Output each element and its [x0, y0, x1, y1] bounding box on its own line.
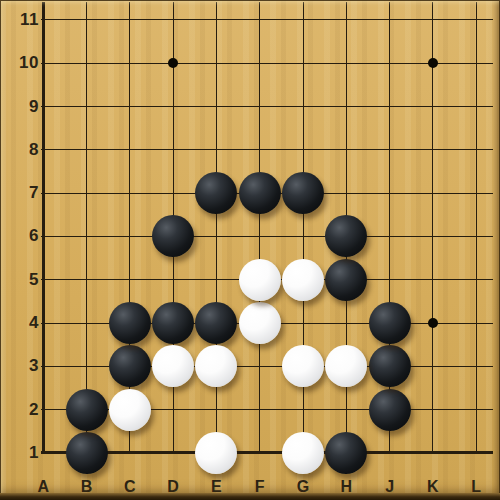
col-label-H: H [330, 478, 362, 496]
row-label-3: 3 [0, 354, 39, 378]
stone-black-C3[interactable] [109, 345, 151, 387]
stone-black-J2[interactable] [369, 389, 411, 431]
stone-black-G7[interactable] [282, 172, 324, 214]
stone-black-J4[interactable] [369, 302, 411, 344]
col-label-J: J [374, 478, 406, 496]
row-label-11: 11 [0, 8, 39, 32]
stone-white-E1[interactable] [195, 432, 237, 474]
stone-white-G3[interactable] [282, 345, 324, 387]
col-label-F: F [244, 478, 276, 496]
stone-black-C4[interactable] [109, 302, 151, 344]
stone-black-D6[interactable] [152, 215, 194, 257]
stone-black-H1[interactable] [325, 432, 367, 474]
stone-black-B2[interactable] [66, 389, 108, 431]
col-label-A: A [27, 478, 59, 496]
col-label-D: D [157, 478, 189, 496]
star-point-K10 [428, 58, 438, 68]
col-label-E: E [200, 478, 232, 496]
col-label-C: C [114, 478, 146, 496]
row-label-4: 4 [0, 311, 39, 335]
row-label-9: 9 [0, 95, 39, 119]
stone-black-H6[interactable] [325, 215, 367, 257]
stone-black-E4[interactable] [195, 302, 237, 344]
col-label-G: G [287, 478, 319, 496]
grid-hline-6 [41, 236, 493, 237]
star-point-K4 [428, 318, 438, 328]
stone-white-F5[interactable] [239, 259, 281, 301]
grid-hline-1 [41, 451, 493, 454]
grid-hline-10 [41, 63, 493, 64]
stone-black-J3[interactable] [369, 345, 411, 387]
stone-white-H3[interactable] [325, 345, 367, 387]
go-board: 1110987654321 ABCDEFGHJKL [0, 0, 500, 500]
stone-white-G5[interactable] [282, 259, 324, 301]
grid-hline-8 [41, 149, 493, 150]
row-label-6: 6 [0, 224, 39, 248]
stone-black-B1[interactable] [66, 432, 108, 474]
grid-hline-9 [41, 106, 493, 107]
grid-vline-A [42, 2, 45, 454]
grid-vline-B [86, 2, 87, 454]
row-label-7: 7 [0, 181, 39, 205]
grid-vline-F [259, 2, 260, 454]
grid-vline-L [476, 2, 477, 454]
stone-white-C2[interactable] [109, 389, 151, 431]
row-label-5: 5 [0, 268, 39, 292]
stone-white-D3[interactable] [152, 345, 194, 387]
row-label-8: 8 [0, 138, 39, 162]
stone-white-G1[interactable] [282, 432, 324, 474]
row-label-2: 2 [0, 398, 39, 422]
stone-black-E7[interactable] [195, 172, 237, 214]
stone-black-D4[interactable] [152, 302, 194, 344]
row-label-1: 1 [0, 441, 39, 465]
col-label-K: K [417, 478, 449, 496]
row-label-10: 10 [0, 51, 39, 75]
stone-black-H5[interactable] [325, 259, 367, 301]
col-label-L: L [460, 478, 492, 496]
stone-black-F7[interactable] [239, 172, 281, 214]
grid-vline-K [432, 2, 433, 454]
stone-white-E3[interactable] [195, 345, 237, 387]
stone-white-F4[interactable] [239, 302, 281, 344]
star-point-D10 [168, 58, 178, 68]
col-label-B: B [71, 478, 103, 496]
grid-hline-11 [41, 19, 493, 20]
